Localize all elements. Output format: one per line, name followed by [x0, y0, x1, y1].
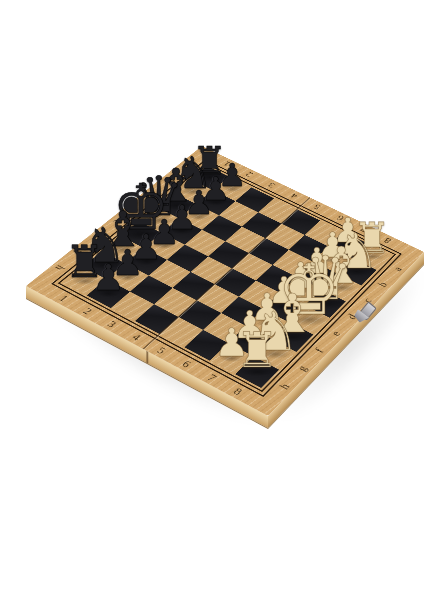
fold-seam-gap — [146, 351, 148, 364]
board-grid — [63, 166, 391, 388]
chess-board: 11aa22bb33cc44dd55ee66ff77gg88hh — [26, 146, 424, 416]
chess-set-photo: 11aa22bb33cc44dd55ee66ff77gg88hh ♜♞♝♛♚♝♞… — [0, 0, 424, 600]
